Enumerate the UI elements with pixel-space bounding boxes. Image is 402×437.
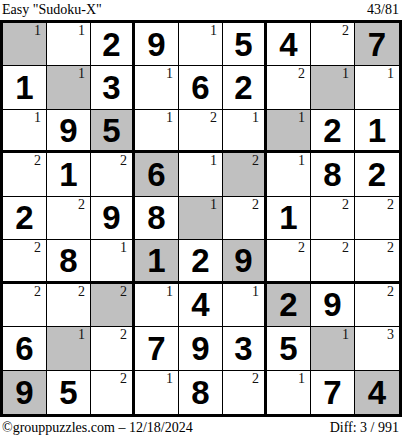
pencil-mark: 2 [298, 240, 305, 255]
cell-r9c1[interactable]: 9 [3, 371, 47, 414]
pencil-mark: 1 [78, 66, 85, 81]
pencil-mark: 1 [166, 284, 173, 299]
pencil-mark: 1 [78, 327, 85, 342]
pencil-mark: 2 [252, 371, 259, 386]
pencil-mark: 1 [120, 240, 127, 255]
pencil-mark: 2 [120, 284, 127, 299]
cell-r1c2[interactable]: 1 [47, 23, 91, 66]
pencil-mark: 1 [210, 153, 217, 168]
cell-value: 8 [135, 197, 178, 239]
cell-r5c1[interactable]: 2 [3, 197, 47, 240]
cell-r5c8[interactable]: 2 [311, 197, 355, 240]
cell-r3c9[interactable]: 1 [355, 110, 399, 153]
pencil-mark: 2 [78, 284, 85, 299]
cell-r9c7[interactable]: 1 [267, 371, 311, 414]
cell-r6c9[interactable]: 2 [355, 240, 399, 283]
cell-value: 5 [47, 371, 90, 414]
cell-value: 8 [179, 371, 222, 414]
cell-r2c5[interactable]: 6 [179, 66, 223, 109]
footer-bar: ©grouppuzzles.com – 12/18/2024 Diff: 3 /… [2, 419, 399, 436]
pencil-mark: 1 [78, 23, 85, 38]
pencil-mark: 1 [342, 327, 349, 342]
cell-r1c1[interactable]: 1 [3, 23, 47, 66]
pencil-mark: 2 [342, 23, 349, 38]
cell-r3c5[interactable]: 2 [179, 110, 223, 153]
pencil-mark: 1 [34, 23, 41, 38]
cell-value: 5 [223, 23, 264, 65]
cell-value: 7 [355, 23, 399, 65]
sudoku-grid: 1129154271131622111951211212126121822298… [0, 20, 402, 417]
pencil-mark: 1 [298, 110, 305, 125]
pencil-mark: 2 [387, 240, 394, 255]
cell-value: 1 [355, 110, 399, 150]
cell-r9c5[interactable]: 8 [179, 371, 223, 414]
cell-r3c3[interactable]: 5 [91, 110, 135, 153]
cell-r2c8[interactable]: 1 [311, 66, 355, 109]
cell-r1c7[interactable]: 4 [267, 23, 311, 66]
cell-value: 2 [179, 240, 222, 280]
pencil-mark: 2 [387, 284, 394, 299]
cell-value: 3 [223, 327, 264, 369]
cell-value: 4 [267, 23, 310, 65]
cell-value: 9 [135, 23, 178, 65]
pencil-mark: 2 [34, 153, 41, 168]
cell-r2c2[interactable]: 1 [47, 66, 91, 109]
cell-value: 2 [91, 23, 132, 65]
cell-r7c6[interactable]: 1 [223, 284, 267, 327]
cell-value: 3 [91, 66, 132, 108]
pencil-mark: 1 [342, 66, 349, 81]
cell-r3c1[interactable]: 1 [3, 110, 47, 153]
cell-value: 2 [267, 284, 310, 326]
cell-r5c6[interactable]: 2 [223, 197, 267, 240]
cell-r9c4[interactable]: 1 [135, 371, 179, 414]
cell-r9c3[interactable]: 2 [91, 371, 135, 414]
cell-r8c9[interactable]: 3 [355, 327, 399, 370]
cell-value: 9 [47, 110, 90, 150]
cell-r2c1[interactable]: 1 [3, 66, 47, 109]
pencil-mark: 1 [298, 371, 305, 386]
cell-r8c8[interactable]: 1 [311, 327, 355, 370]
cell-value: 1 [3, 66, 46, 108]
cell-value: 2 [223, 66, 264, 108]
cell-r1c5[interactable]: 1 [179, 23, 223, 66]
cell-r1c6[interactable]: 5 [223, 23, 267, 66]
cell-value: 8 [311, 153, 354, 195]
cell-value: 9 [91, 197, 132, 239]
pencil-mark: 2 [342, 197, 349, 212]
cell-value: 1 [267, 197, 310, 239]
cell-value: 5 [91, 110, 132, 150]
cell-value: 2 [355, 153, 399, 195]
cell-r3c8[interactable]: 2 [311, 110, 355, 153]
cell-r2c9[interactable]: 1 [355, 66, 399, 109]
cell-r3c7[interactable]: 1 [267, 110, 311, 153]
cell-r8c3[interactable]: 2 [91, 327, 135, 370]
cell-value: 6 [3, 327, 46, 369]
cell-r8c4[interactable]: 7 [135, 327, 179, 370]
pencil-mark: 1 [34, 110, 41, 125]
cell-value: 6 [179, 66, 222, 108]
cell-r9c8[interactable]: 7 [311, 371, 355, 414]
cell-r6c3[interactable]: 1 [91, 240, 135, 283]
pencil-mark: 1 [166, 66, 173, 81]
cell-r6c8[interactable]: 2 [311, 240, 355, 283]
cell-value: 4 [179, 284, 222, 326]
cell-r6c7[interactable]: 2 [267, 240, 311, 283]
cell-r3c2[interactable]: 9 [47, 110, 91, 153]
cell-value: 8 [47, 240, 90, 280]
cell-r5c7[interactable]: 1 [267, 197, 311, 240]
cell-value: 1 [135, 240, 178, 280]
cell-value: 9 [223, 240, 264, 280]
cell-r8c7[interactable]: 5 [267, 327, 311, 370]
difficulty-text: Diff: 3 / 991 [330, 419, 399, 436]
cell-r4c3[interactable]: 2 [91, 153, 135, 196]
cell-r7c1[interactable]: 2 [3, 284, 47, 327]
cell-r5c3[interactable]: 9 [91, 197, 135, 240]
progress-counter: 43/81 [367, 1, 399, 18]
cell-value: 7 [311, 371, 354, 414]
cell-r1c3[interactable]: 2 [91, 23, 135, 66]
cell-r6c2[interactable]: 8 [47, 240, 91, 283]
cell-r9c6[interactable]: 2 [223, 371, 267, 414]
cell-r9c2[interactable]: 5 [47, 371, 91, 414]
cell-r5c9[interactable]: 2 [355, 197, 399, 240]
cell-value: 4 [355, 371, 399, 414]
cell-value: 7 [135, 327, 178, 369]
pencil-mark: 2 [210, 110, 217, 125]
pencil-mark: 2 [298, 66, 305, 81]
pencil-mark: 1 [166, 110, 173, 125]
header-bar: Easy "Sudoku-X" 43/81 [2, 1, 399, 18]
cell-r9c9[interactable]: 4 [355, 371, 399, 414]
cell-r7c5[interactable]: 4 [179, 284, 223, 327]
cell-r6c6[interactable]: 9 [223, 240, 267, 283]
pencil-mark: 1 [298, 153, 305, 168]
cell-r8c6[interactable]: 3 [223, 327, 267, 370]
cell-value: 9 [179, 327, 222, 369]
cell-r4c5[interactable]: 1 [179, 153, 223, 196]
pencil-mark: 2 [120, 153, 127, 168]
cell-r2c6[interactable]: 2 [223, 66, 267, 109]
cell-r4c8[interactable]: 8 [311, 153, 355, 196]
pencil-mark: 2 [120, 371, 127, 386]
cell-r3c6[interactable]: 1 [223, 110, 267, 153]
pencil-mark: 3 [387, 327, 394, 342]
cell-value: 5 [267, 327, 310, 369]
cell-r5c5[interactable]: 1 [179, 197, 223, 240]
cell-r7c9[interactable]: 2 [355, 284, 399, 327]
cell-r2c4[interactable]: 1 [135, 66, 179, 109]
cell-r8c2[interactable]: 1 [47, 327, 91, 370]
cell-value: 2 [311, 110, 354, 150]
pencil-mark: 2 [78, 197, 85, 212]
cell-r4c9[interactable]: 2 [355, 153, 399, 196]
cell-r4c7[interactable]: 1 [267, 153, 311, 196]
pencil-mark: 2 [252, 153, 259, 168]
cell-r8c1[interactable]: 6 [3, 327, 47, 370]
cell-value: 9 [311, 284, 354, 326]
cell-r5c2[interactable]: 2 [47, 197, 91, 240]
pencil-mark: 2 [342, 240, 349, 255]
cell-r3c4[interactable]: 1 [135, 110, 179, 153]
cell-r1c8[interactable]: 2 [311, 23, 355, 66]
cell-r6c1[interactable]: 2 [3, 240, 47, 283]
puzzle-title: Easy "Sudoku-X" [2, 1, 102, 18]
cell-value: 9 [3, 371, 46, 414]
cell-value: 1 [47, 153, 90, 195]
cell-r7c8[interactable]: 9 [311, 284, 355, 327]
cell-r6c4[interactable]: 1 [135, 240, 179, 283]
cell-r7c7[interactable]: 2 [267, 284, 311, 327]
pencil-mark: 1 [210, 23, 217, 38]
copyright-text: ©grouppuzzles.com – 12/18/2024 [2, 419, 193, 436]
pencil-mark: 2 [120, 327, 127, 342]
cell-r1c9[interactable]: 7 [355, 23, 399, 66]
pencil-mark: 2 [387, 197, 394, 212]
cell-r4c6[interactable]: 2 [223, 153, 267, 196]
cell-r8c5[interactable]: 9 [179, 327, 223, 370]
cell-r5c4[interactable]: 8 [135, 197, 179, 240]
pencil-mark: 1 [166, 371, 173, 386]
cell-r6c5[interactable]: 2 [179, 240, 223, 283]
pencil-mark: 1 [387, 66, 394, 81]
pencil-mark: 2 [34, 240, 41, 255]
cell-value: 2 [3, 197, 46, 239]
cell-r4c2[interactable]: 1 [47, 153, 91, 196]
pencil-mark: 1 [252, 110, 259, 125]
cell-r4c4[interactable]: 6 [135, 153, 179, 196]
cell-r7c2[interactable]: 2 [47, 284, 91, 327]
pencil-mark: 1 [252, 284, 259, 299]
pencil-mark: 2 [252, 197, 259, 212]
cell-r7c3[interactable]: 2 [91, 284, 135, 327]
pencil-mark: 2 [34, 284, 41, 299]
cell-r2c3[interactable]: 3 [91, 66, 135, 109]
cell-r4c1[interactable]: 2 [3, 153, 47, 196]
cell-r7c4[interactable]: 1 [135, 284, 179, 327]
cell-r2c7[interactable]: 2 [267, 66, 311, 109]
cell-value: 6 [135, 153, 178, 195]
cell-r1c4[interactable]: 9 [135, 23, 179, 66]
pencil-mark: 1 [210, 197, 217, 212]
